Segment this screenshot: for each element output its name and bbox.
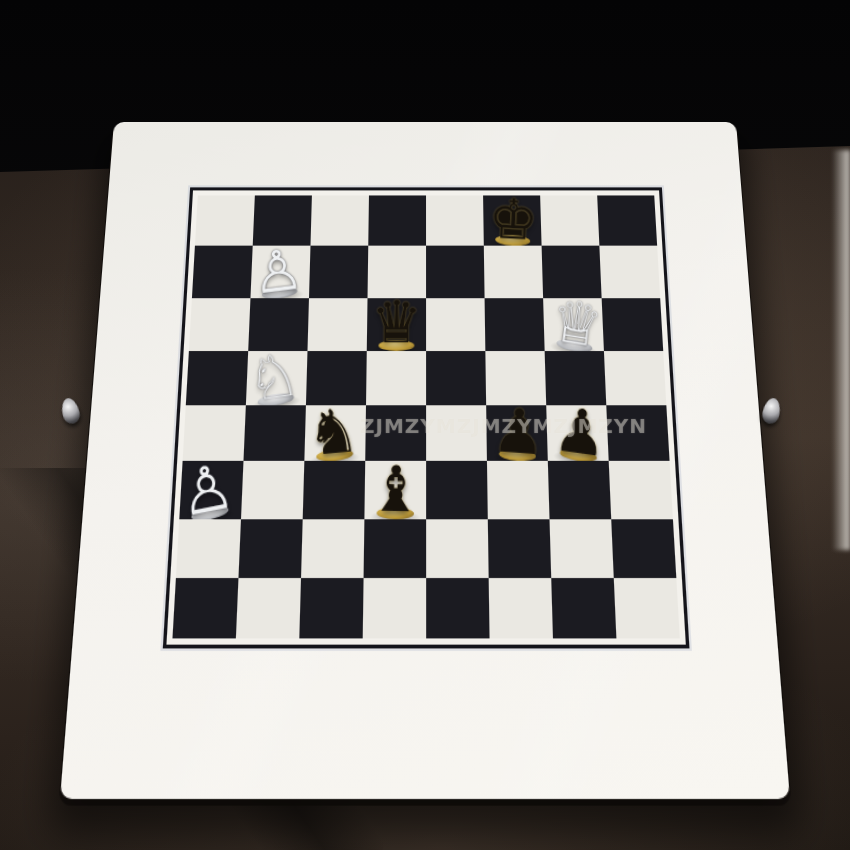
chess-board: ♚♙♛♕♘♞♟♟♙♝ xyxy=(60,122,790,799)
square-h7[interactable] xyxy=(599,246,660,298)
white-knight-glyph: ♘ xyxy=(245,345,302,409)
piece-white-queen[interactable]: ♕ xyxy=(544,284,610,355)
square-c6[interactable] xyxy=(307,298,367,351)
square-e4[interactable] xyxy=(426,405,487,461)
square-a6[interactable] xyxy=(189,298,251,351)
square-g3[interactable] xyxy=(548,461,611,518)
square-f4[interactable]: ♟ xyxy=(486,405,548,461)
square-e1[interactable] xyxy=(426,578,489,639)
square-b4[interactable] xyxy=(243,405,305,461)
square-e8[interactable] xyxy=(426,195,484,245)
piece-black-queen[interactable]: ♛ xyxy=(367,288,426,350)
square-c1[interactable] xyxy=(299,578,363,639)
black-pawn-glyph: ♟ xyxy=(552,400,610,465)
square-e3[interactable] xyxy=(426,461,488,518)
black-pawn-glyph: ♟ xyxy=(491,401,546,463)
white-queen-glyph: ♕ xyxy=(548,292,605,355)
black-queen-glyph: ♛ xyxy=(371,295,422,350)
black-knight-glyph: ♞ xyxy=(306,401,362,464)
square-f3[interactable] xyxy=(487,461,550,518)
square-g2[interactable] xyxy=(549,519,613,578)
piece-black-knight[interactable]: ♞ xyxy=(301,393,365,464)
square-g6[interactable]: ♕ xyxy=(543,298,604,351)
square-e7[interactable] xyxy=(426,246,485,298)
square-h5[interactable] xyxy=(604,351,666,405)
square-g4[interactable]: ♟ xyxy=(546,405,608,461)
square-c2[interactable] xyxy=(301,519,364,578)
square-b3[interactable] xyxy=(241,461,304,518)
square-g1[interactable] xyxy=(551,578,616,639)
square-b5[interactable]: ♘ xyxy=(246,351,308,405)
piece-black-pawn[interactable]: ♟ xyxy=(487,393,550,463)
square-a5[interactable] xyxy=(186,351,248,405)
piece-black-pawn[interactable]: ♟ xyxy=(548,392,614,466)
checkerboard: ♚♙♛♕♘♞♟♟♙♝ xyxy=(163,187,690,648)
square-f1[interactable] xyxy=(489,578,553,639)
board-surface: ♚♙♛♕♘♞♟♟♙♝ xyxy=(60,122,790,799)
square-f7[interactable] xyxy=(484,246,543,298)
piece-white-knight[interactable]: ♘ xyxy=(241,338,307,410)
square-d6[interactable]: ♛ xyxy=(367,298,426,351)
square-d2[interactable] xyxy=(364,519,427,578)
square-a7[interactable] xyxy=(192,246,253,298)
black-bishop-glyph: ♝ xyxy=(369,458,423,519)
square-d8[interactable] xyxy=(368,195,426,245)
white-pawn-glyph: ♙ xyxy=(177,455,237,525)
square-d3[interactable]: ♝ xyxy=(364,461,426,518)
square-h6[interactable] xyxy=(602,298,664,351)
square-c7[interactable] xyxy=(309,246,368,298)
square-e6[interactable] xyxy=(426,298,485,351)
square-h3[interactable] xyxy=(609,461,673,518)
square-f8[interactable]: ♚ xyxy=(483,195,542,245)
square-f6[interactable] xyxy=(485,298,545,351)
square-h2[interactable] xyxy=(611,519,676,578)
square-d1[interactable] xyxy=(363,578,426,639)
square-e5[interactable] xyxy=(426,351,486,405)
square-a8[interactable] xyxy=(195,195,255,245)
square-b7[interactable]: ♙ xyxy=(250,246,310,298)
square-h8[interactable] xyxy=(597,195,657,245)
black-king-glyph: ♚ xyxy=(488,192,539,247)
piece-white-pawn[interactable]: ♙ xyxy=(172,446,241,525)
square-b2[interactable] xyxy=(238,519,302,578)
square-d5[interactable] xyxy=(366,351,426,405)
square-f2[interactable] xyxy=(488,519,551,578)
square-c3[interactable] xyxy=(303,461,366,518)
square-a2[interactable] xyxy=(176,519,241,578)
piece-white-pawn[interactable]: ♙ xyxy=(246,234,309,302)
square-b1[interactable] xyxy=(236,578,301,639)
square-g8[interactable] xyxy=(540,195,599,245)
square-h4[interactable] xyxy=(606,405,669,461)
square-c8[interactable] xyxy=(310,195,368,245)
piece-black-king[interactable]: ♚ xyxy=(484,185,543,247)
square-a1[interactable] xyxy=(172,578,238,639)
square-h1[interactable] xyxy=(614,578,680,639)
white-pawn-glyph: ♙ xyxy=(251,241,306,301)
square-a3[interactable]: ♙ xyxy=(179,461,243,518)
square-c4[interactable]: ♞ xyxy=(304,405,366,461)
square-e2[interactable] xyxy=(426,519,489,578)
piece-black-bishop[interactable]: ♝ xyxy=(364,451,427,520)
